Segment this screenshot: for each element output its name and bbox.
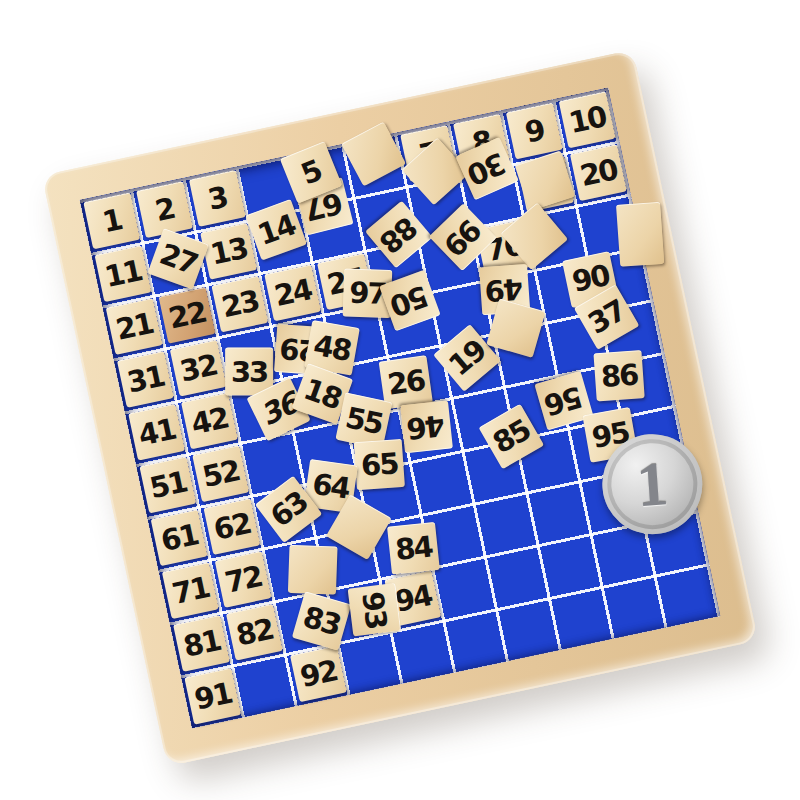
scene: 1 12378910111396202122232425763132414251… [0,0,800,800]
number-tile-10[interactable]: 10 [559,91,616,148]
number-tile-82[interactable]: 82 [226,604,283,661]
number-tile-23[interactable]: 23 [211,276,268,333]
coin-digit: 1 [635,448,671,521]
number-tile-83[interactable]: 83 [291,591,350,650]
number-tile-91[interactable]: 91 [184,668,241,725]
number-tile-21[interactable]: 21 [106,298,163,355]
number-tile-85[interactable]: 85 [478,404,544,470]
number-tile-65[interactable]: 65 [353,439,404,490]
number-tile-1[interactable]: 1 [83,192,140,249]
number-tile-13[interactable]: 13 [200,223,257,280]
number-tile-41[interactable]: 41 [128,404,185,461]
number-tile-46[interactable]: 46 [400,401,453,454]
number-tile-24[interactable]: 24 [264,264,321,321]
number-tile-72[interactable]: 72 [215,551,272,608]
number-tile-62[interactable]: 62 [204,498,261,555]
number-tile-71[interactable]: 71 [162,562,219,619]
blank-tile[interactable] [288,545,338,595]
number-tile-81[interactable]: 81 [173,615,230,672]
number-tile-86[interactable]: 86 [594,350,645,401]
number-tile-51[interactable]: 51 [139,456,196,513]
blank-tile[interactable] [616,202,664,267]
number-tile-9[interactable]: 9 [506,103,563,160]
number-tile-42[interactable]: 42 [181,392,238,449]
number-tile-93[interactable]: 93 [347,583,400,636]
number-tile-3[interactable]: 3 [189,170,246,227]
number-tile-32[interactable]: 32 [170,340,227,397]
number-tile-92[interactable]: 92 [290,645,347,702]
number-tile-52[interactable]: 52 [192,445,249,502]
number-tile-11[interactable]: 11 [95,245,152,302]
number-tile-88[interactable]: 88 [365,200,433,268]
number-tile-27[interactable]: 27 [147,228,209,290]
number-tile-20[interactable]: 20 [570,144,627,201]
board-grid-surface: 1 12378910111396202122232425763132414251… [80,88,720,728]
number-tile-31[interactable]: 31 [117,351,174,408]
number-tile-14[interactable]: 14 [246,199,308,261]
number-tile-22[interactable]: 22 [159,287,216,344]
number-tile-61[interactable]: 61 [151,509,208,566]
hundred-board: 1 12378910111396202122232425763132414251… [42,50,758,766]
number-tile-84[interactable]: 84 [387,522,440,575]
